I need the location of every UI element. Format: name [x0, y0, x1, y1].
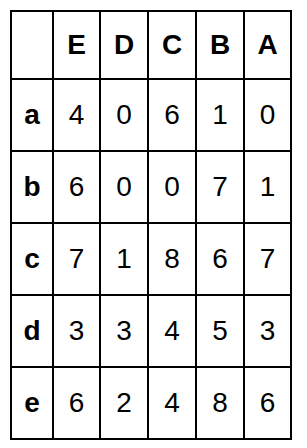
cell-b-D: 0	[101, 152, 147, 222]
cell-e-C: 4	[149, 368, 195, 438]
cell-b-A: 1	[245, 152, 290, 222]
row-label-d: d	[12, 296, 52, 366]
cell-b-B: 7	[197, 152, 243, 222]
cell-d-C: 4	[149, 296, 195, 366]
cell-a-C: 6	[149, 80, 195, 150]
cell-b-E: 6	[54, 152, 99, 222]
cell-a-A: 0	[245, 80, 290, 150]
cell-c-D: 1	[101, 224, 147, 294]
row-label-a: a	[12, 80, 52, 150]
cell-b-C: 0	[149, 152, 195, 222]
cell-e-A: 6	[245, 368, 290, 438]
cell-d-E: 3	[54, 296, 99, 366]
column-header-B: B	[197, 12, 243, 78]
cell-c-C: 8	[149, 224, 195, 294]
cell-a-D: 0	[101, 80, 147, 150]
cell-c-A: 7	[245, 224, 290, 294]
cell-d-B: 5	[197, 296, 243, 366]
cell-a-E: 4	[54, 80, 99, 150]
row-label-c: c	[12, 224, 52, 294]
row-label-e: e	[12, 368, 52, 438]
cell-d-A: 3	[245, 296, 290, 366]
cell-e-B: 8	[197, 368, 243, 438]
page: E D C B A a 4 0 6 1 0 b 6 0 0 7 1 c 7 1 …	[0, 0, 307, 448]
column-header-A: A	[245, 12, 290, 78]
cell-c-B: 6	[197, 224, 243, 294]
cell-e-E: 6	[54, 368, 99, 438]
cell-c-E: 7	[54, 224, 99, 294]
corner-cell	[12, 12, 52, 78]
cell-e-D: 2	[101, 368, 147, 438]
column-header-C: C	[149, 12, 195, 78]
column-header-E: E	[54, 12, 99, 78]
cell-d-D: 3	[101, 296, 147, 366]
cell-a-B: 1	[197, 80, 243, 150]
number-grid: E D C B A a 4 0 6 1 0 b 6 0 0 7 1 c 7 1 …	[10, 10, 292, 440]
row-label-b: b	[12, 152, 52, 222]
column-header-D: D	[101, 12, 147, 78]
